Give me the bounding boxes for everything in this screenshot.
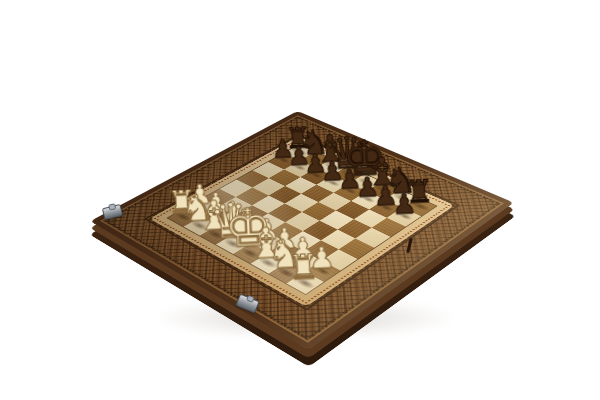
board-3d: ♜♞♝♛♚♝♞♜♟♟♟♟♟♟♟♟♟♟♟♟♟♟♟♟♜♞♝♛♚♝♞♜ xyxy=(90,111,514,350)
scene: ♜♞♝♛♚♝♞♜♟♟♟♟♟♟♟♟♟♟♟♟♟♟♟♟♜♞♝♛♚♝♞♜ xyxy=(0,0,600,400)
piece-white-rook[interactable]: ♜ xyxy=(270,249,337,286)
piece-black-pawn[interactable]: ♟ xyxy=(373,189,435,219)
photo-stage: ♜♞♝♛♚♝♞♜♟♟♟♟♟♟♟♟♟♟♟♟♟♟♟♟♜♞♝♛♚♝♞♜ xyxy=(0,0,600,400)
